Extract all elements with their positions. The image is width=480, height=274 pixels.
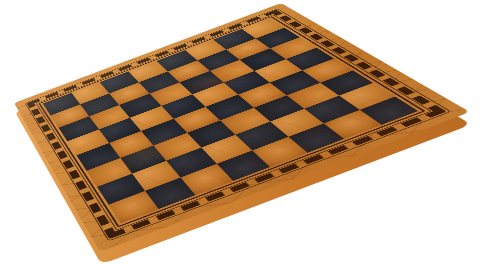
- chessboard[interactable]: [14, 3, 470, 252]
- photo-background: [0, 0, 480, 274]
